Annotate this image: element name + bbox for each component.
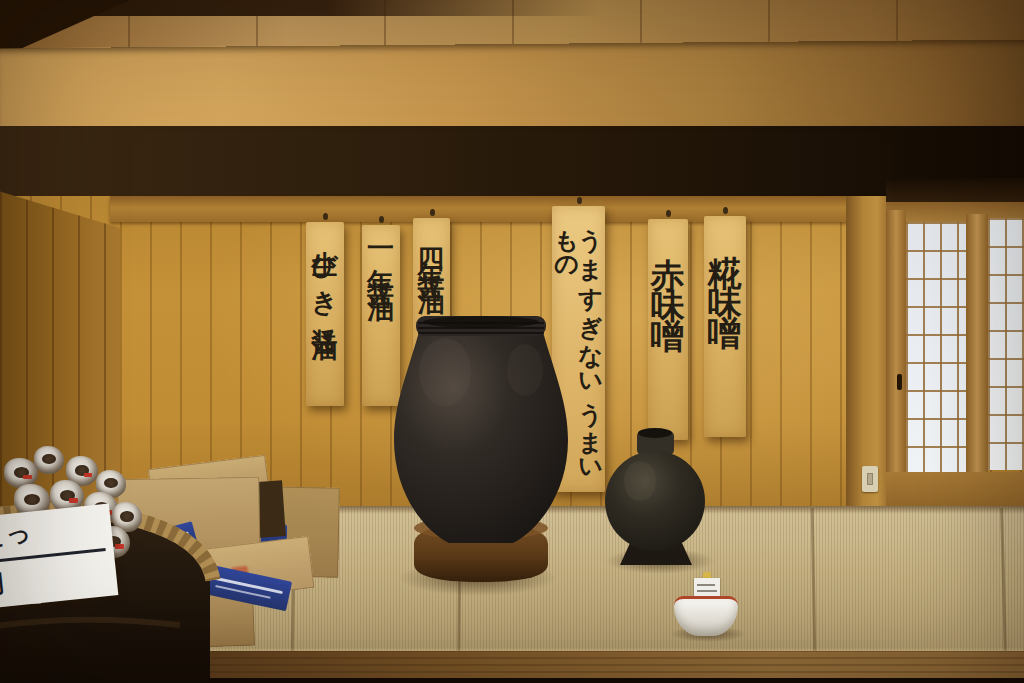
price-card: んこつ 円 (0, 503, 118, 610)
shoji-lintel (886, 178, 1024, 204)
small-black-jar (600, 425, 712, 571)
sign-text: 四年醤油 (418, 218, 445, 279)
sign-aka-miso: 赤味噌 (648, 219, 688, 440)
price-card-rule (0, 548, 106, 565)
hanging-nail (379, 216, 384, 223)
jar-body (605, 451, 705, 551)
large-black-jar (385, 312, 577, 588)
switch-rocker (867, 473, 873, 485)
sign-namabiki-shoyu: 生びき醤油 (306, 222, 344, 406)
sign-text: 糀味噌 (708, 216, 742, 318)
hanging-nail (323, 213, 328, 220)
hanging-nail (577, 197, 582, 204)
shoji-paper-panel-right (988, 218, 1024, 470)
door-pull-handle (897, 374, 902, 390)
shop-interior-photo: 生びき醤油 一年醤油 四年醤油 うますぎないうまいもの 赤味噌 糀味噌 (0, 0, 1024, 683)
price-card-text: んこつ (0, 511, 43, 556)
hanging-nail (723, 207, 728, 214)
wall-top-rail (110, 196, 900, 222)
sign-text: 一年醤油 (368, 225, 395, 286)
price-card-price: 円 (0, 567, 6, 601)
sign-text: 赤味噌 (651, 219, 685, 321)
shoji-paper-panel-left (906, 222, 966, 474)
light-switch (862, 466, 878, 492)
beam-shadow-band (0, 126, 1024, 204)
sign-text: 生びき醤油 (312, 222, 338, 319)
hanging-nail (430, 209, 435, 216)
hanging-nail (666, 210, 671, 217)
wood-beam (0, 39, 1024, 136)
sign-koji-miso: 糀味噌 (704, 216, 746, 437)
